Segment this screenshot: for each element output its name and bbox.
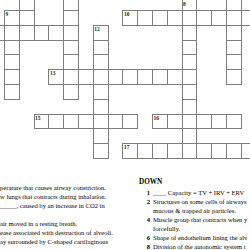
down-clues-column: DOWN 1____ Capacity = TV + IRV + ERV2Str… <box>131 178 250 250</box>
grid-cell[interactable] <box>108 69 124 85</box>
grid-cell[interactable] <box>19 25 35 41</box>
grid-cell[interactable] <box>241 143 250 159</box>
grid-cell[interactable] <box>63 25 79 41</box>
down-clue-text: Muscle group that contracts when y <box>153 215 247 224</box>
grid-cell[interactable] <box>137 143 153 159</box>
grid-cell[interactable] <box>211 143 227 159</box>
grid-cell[interactable] <box>167 114 183 130</box>
grid-cell[interactable] <box>152 143 168 159</box>
grid-cell[interactable] <box>226 143 242 159</box>
across-clue-line: perature that causes airway constriction… <box>0 183 134 192</box>
grid-cell[interactable] <box>63 10 79 26</box>
down-clues-header: DOWN <box>131 178 250 188</box>
down-clue-text: Shape of endothelium lining the alv <box>153 233 247 242</box>
down-clue-number <box>131 224 153 233</box>
down-clue-line: 2Structures on some cells of airways <box>131 197 250 206</box>
down-clue-number: 6 <box>131 233 153 242</box>
across-clue-line <box>0 210 134 219</box>
grid-cell[interactable] <box>226 69 242 85</box>
down-clue-line: 4Muscle group that contracts when y <box>131 215 250 224</box>
grid-cell[interactable] <box>63 54 79 70</box>
grid-cell[interactable] <box>19 10 35 26</box>
grid-cell[interactable] <box>137 10 153 26</box>
cell-number: 17 <box>124 144 130 150</box>
grid-cell[interactable] <box>78 114 94 130</box>
cell-number: 8 <box>183 1 186 7</box>
grid-cell[interactable] <box>241 10 250 26</box>
crossword-grid: 89101213151617 <box>0 0 250 172</box>
down-clue-text: forcefully. <box>153 224 180 233</box>
grid-cell[interactable] <box>196 10 212 26</box>
grid-cell[interactable] <box>93 99 109 115</box>
grid-cell[interactable] <box>4 40 20 56</box>
grid-cell[interactable] <box>4 25 20 41</box>
grid-cell[interactable] <box>93 128 109 144</box>
grid-cell[interactable] <box>93 69 109 85</box>
grid-cell[interactable] <box>182 99 198 115</box>
grid-cell[interactable] <box>93 143 109 159</box>
grid-cell[interactable] <box>196 114 212 130</box>
grid-cell[interactable] <box>167 10 183 26</box>
grid-cell[interactable] <box>93 40 109 56</box>
grid-cell[interactable] <box>63 114 79 130</box>
down-clue-number <box>131 206 153 215</box>
grid-cell[interactable] <box>196 143 212 159</box>
grid-cell[interactable] <box>182 25 198 41</box>
across-clues-column: perature that causes airway constriction… <box>0 183 134 246</box>
grid-cell[interactable] <box>226 54 242 70</box>
grid-cell[interactable] <box>211 114 227 130</box>
cell-number: 15 <box>35 115 41 121</box>
grid-cell[interactable] <box>4 69 20 85</box>
grid-cell[interactable] <box>34 25 50 41</box>
grid-cell[interactable] <box>63 40 79 56</box>
cell-number: 9 <box>6 11 9 17</box>
grid-cell[interactable] <box>226 10 242 26</box>
grid-cell[interactable] <box>122 69 138 85</box>
across-clue-line: ay surrounded by C-shaped cartilaginous <box>0 237 134 246</box>
grid-cell[interactable] <box>182 54 198 70</box>
grid-cell[interactable] <box>78 69 94 85</box>
grid-cell[interactable] <box>4 54 20 70</box>
down-clue-line: 8Division of the autonomic system t <box>131 242 250 250</box>
grid-cell[interactable] <box>93 54 109 70</box>
down-clue-line: forcefully. <box>131 224 250 233</box>
cell-number: 13 <box>50 70 56 76</box>
grid-cell[interactable] <box>182 84 198 100</box>
grid-cell[interactable] <box>182 40 198 56</box>
grid-cell[interactable] <box>167 69 183 85</box>
grid-cell[interactable] <box>167 143 183 159</box>
down-clue-number: 1 <box>131 188 153 197</box>
down-clue-number: 4 <box>131 215 153 224</box>
grid-cell[interactable] <box>152 69 168 85</box>
down-clue-line: 1____ Capacity = TV + IRV + ERV <box>131 188 250 197</box>
cell-number: 16 <box>154 115 160 121</box>
down-clue-line: 6Shape of endothelium lining the alv <box>131 233 250 242</box>
grid-cell[interactable] <box>48 25 64 41</box>
across-clue-line: ease associated with destruction of alve… <box>0 228 134 237</box>
grid-cell[interactable] <box>63 69 79 85</box>
grid-cell[interactable] <box>122 114 138 130</box>
grid-cell[interactable] <box>182 69 198 85</box>
cell-number: 12 <box>94 26 100 32</box>
grid-cell[interactable] <box>152 10 168 26</box>
grid-cell[interactable] <box>182 128 198 144</box>
down-clue-line: mucous & trapped air particles. <box>131 206 250 215</box>
grid-cell[interactable] <box>226 114 242 130</box>
grid-cell[interactable] <box>182 114 198 130</box>
down-clue-text: Structures on some cells of airways <box>153 197 247 206</box>
grid-cell[interactable] <box>48 114 64 130</box>
grid-cell[interactable] <box>4 84 20 100</box>
across-clue-line: _____, caused by an increase in CO2 in <box>0 201 134 210</box>
crossword-page: { "game": "crossword", "theme": "respira… <box>0 0 250 250</box>
cell-number: 10 <box>124 11 130 17</box>
down-clue-number: 2 <box>131 197 153 206</box>
across-clue-line: w lungs that contracts during inhalation… <box>0 192 134 201</box>
across-clue-line: air moved in a resting breath. <box>0 219 134 228</box>
grid-cell[interactable] <box>63 84 79 100</box>
down-clue-number: 8 <box>131 242 153 250</box>
grid-cell[interactable] <box>226 40 242 56</box>
down-clues-list: 1____ Capacity = TV + IRV + ERV2Structur… <box>131 188 250 250</box>
down-clue-text: Division of the autonomic system t <box>153 242 246 250</box>
down-clue-text: ____ Capacity = TV + IRV + ERV <box>153 188 244 197</box>
grid-cell[interactable] <box>211 10 227 26</box>
grid-cell[interactable] <box>93 84 109 100</box>
grid-cell[interactable] <box>137 69 153 85</box>
grid-cell[interactable] <box>182 143 198 159</box>
grid-cell[interactable] <box>182 10 198 26</box>
grid-cell[interactable] <box>108 114 124 130</box>
grid-cell[interactable] <box>226 25 242 41</box>
down-clue-text: mucous & trapped air particles. <box>153 206 236 215</box>
grid-cell[interactable] <box>93 114 109 130</box>
